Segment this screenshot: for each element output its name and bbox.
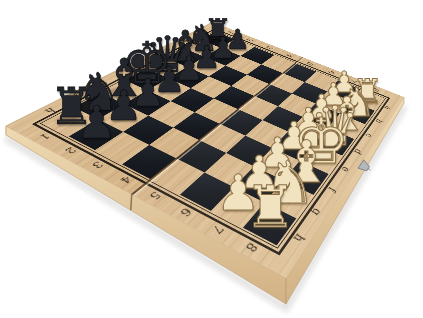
product-photo-stage: chess 1234567812345678abcdefghabcdefgh ♜… <box>0 0 423 318</box>
pieces-layer: ♜♞♝♛♚♝♞♜♟♟♟♟♟♟♟♟♟♟♟♟♟♟♟♟♜♞♝♛♚♝♞♜ <box>0 0 423 318</box>
piece-black-pawn-h2[interactable]: ♟ <box>76 100 117 145</box>
piece-white-rook-h8[interactable]: ♜ <box>244 179 296 237</box>
